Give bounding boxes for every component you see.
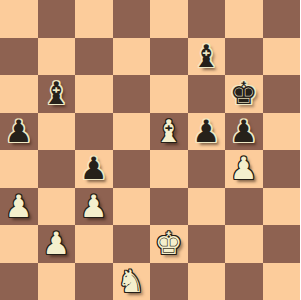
square-a1[interactable] [0, 263, 38, 300]
square-d2[interactable] [113, 225, 151, 263]
square-a4[interactable] [0, 150, 38, 188]
white-king-e2[interactable]: ♚ [155, 225, 183, 263]
square-f1[interactable] [188, 263, 226, 300]
square-h2[interactable] [263, 225, 301, 263]
square-b8[interactable] [38, 0, 76, 38]
square-d7[interactable] [113, 38, 151, 76]
square-f2[interactable] [188, 225, 226, 263]
black-pawn-f5[interactable]: ♟ [192, 113, 220, 151]
white-pawn-g4[interactable]: ♟ [230, 150, 258, 188]
square-a6[interactable] [0, 75, 38, 113]
square-f8[interactable] [188, 0, 226, 38]
black-bishop-f7[interactable]: ♝ [192, 38, 220, 76]
square-d4[interactable] [113, 150, 151, 188]
square-b5[interactable] [38, 113, 76, 151]
square-d8[interactable] [113, 0, 151, 38]
square-d1[interactable]: ♞ [113, 263, 151, 300]
square-h6[interactable] [263, 75, 301, 113]
square-e7[interactable] [150, 38, 188, 76]
square-b6[interactable]: ♝ [38, 75, 76, 113]
white-pawn-b2[interactable]: ♟ [42, 225, 70, 263]
square-e6[interactable] [150, 75, 188, 113]
square-d5[interactable] [113, 113, 151, 151]
square-g7[interactable] [225, 38, 263, 76]
square-h5[interactable] [263, 113, 301, 151]
square-a3[interactable]: ♟ [0, 188, 38, 226]
square-b1[interactable] [38, 263, 76, 300]
square-a8[interactable] [0, 0, 38, 38]
square-h4[interactable] [263, 150, 301, 188]
square-g3[interactable] [225, 188, 263, 226]
black-pawn-g5[interactable]: ♟ [230, 113, 258, 151]
square-c4[interactable]: ♟ [75, 150, 113, 188]
square-e4[interactable] [150, 150, 188, 188]
square-c6[interactable] [75, 75, 113, 113]
black-bishop-b6[interactable]: ♝ [42, 75, 70, 113]
square-h8[interactable] [263, 0, 301, 38]
square-d6[interactable] [113, 75, 151, 113]
square-a2[interactable] [0, 225, 38, 263]
square-a5[interactable]: ♟ [0, 113, 38, 151]
square-g5[interactable]: ♟ [225, 113, 263, 151]
square-e2[interactable]: ♚ [150, 225, 188, 263]
black-pawn-a5[interactable]: ♟ [5, 113, 33, 151]
square-f6[interactable] [188, 75, 226, 113]
square-h7[interactable] [263, 38, 301, 76]
square-b2[interactable]: ♟ [38, 225, 76, 263]
square-d3[interactable] [113, 188, 151, 226]
white-knight-d1[interactable]: ♞ [117, 263, 145, 300]
square-c2[interactable] [75, 225, 113, 263]
square-a7[interactable] [0, 38, 38, 76]
square-g6[interactable]: ♚ [225, 75, 263, 113]
square-h3[interactable] [263, 188, 301, 226]
square-f3[interactable] [188, 188, 226, 226]
chess-board: ♝♝♚♟♝♟♟♟♟♟♟♟♚♞ [0, 0, 300, 300]
black-king-g6[interactable]: ♚ [230, 75, 258, 113]
square-c5[interactable] [75, 113, 113, 151]
square-g1[interactable] [225, 263, 263, 300]
square-c1[interactable] [75, 263, 113, 300]
square-e8[interactable] [150, 0, 188, 38]
black-pawn-c4[interactable]: ♟ [80, 150, 108, 188]
white-pawn-a3[interactable]: ♟ [5, 188, 33, 226]
square-g2[interactable] [225, 225, 263, 263]
square-f7[interactable]: ♝ [188, 38, 226, 76]
square-c3[interactable]: ♟ [75, 188, 113, 226]
square-b4[interactable] [38, 150, 76, 188]
square-f5[interactable]: ♟ [188, 113, 226, 151]
white-bishop-e5[interactable]: ♝ [155, 113, 183, 151]
square-b3[interactable] [38, 188, 76, 226]
square-e1[interactable] [150, 263, 188, 300]
square-e5[interactable]: ♝ [150, 113, 188, 151]
white-pawn-c3[interactable]: ♟ [80, 188, 108, 226]
square-g4[interactable]: ♟ [225, 150, 263, 188]
square-e3[interactable] [150, 188, 188, 226]
square-c7[interactable] [75, 38, 113, 76]
square-f4[interactable] [188, 150, 226, 188]
square-b7[interactable] [38, 38, 76, 76]
square-h1[interactable] [263, 263, 301, 300]
square-c8[interactable] [75, 0, 113, 38]
square-g8[interactable] [225, 0, 263, 38]
